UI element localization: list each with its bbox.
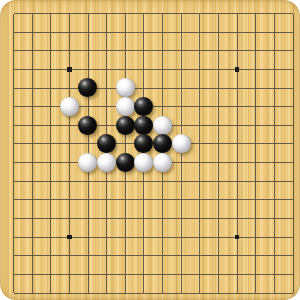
white-stone[interactable]: ● [172, 134, 191, 153]
white-stone-glyph: ● [136, 153, 153, 172]
black-stone-glyph: ● [80, 116, 97, 135]
stones-layer: ●●●●●●●●●●●●●●●●●● [4, 4, 300, 300]
black-stone-glyph: ● [117, 116, 134, 135]
go-board[interactable]: ●●●●●●●●●●●●●●●●●● [0, 0, 300, 300]
black-stone[interactable]: ● [116, 116, 135, 135]
white-stone-glyph: ● [173, 134, 190, 153]
white-stone[interactable]: ● [97, 153, 116, 172]
black-stone-glyph: ● [80, 78, 97, 97]
white-stone[interactable]: ● [78, 153, 97, 172]
black-stone[interactable]: ● [116, 153, 135, 172]
white-stone-glyph: ● [154, 153, 171, 172]
black-stone[interactable]: ● [78, 116, 97, 135]
page: ●●●●●●●●●●●●●●●●●● [0, 0, 300, 300]
black-stone-glyph: ● [117, 153, 134, 172]
white-stone-glyph: ● [61, 97, 78, 116]
white-stone[interactable]: ● [153, 153, 172, 172]
black-stone[interactable]: ● [78, 78, 97, 97]
white-stone-glyph: ● [98, 153, 115, 172]
white-stone[interactable]: ● [134, 153, 153, 172]
white-stone[interactable]: ● [60, 97, 79, 116]
white-stone-glyph: ● [80, 153, 97, 172]
